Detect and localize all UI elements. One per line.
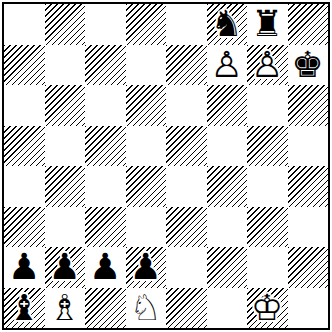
black-pawn-glyph: ♟ <box>85 247 125 287</box>
square-d1[interactable]: ♞♘ <box>126 288 167 329</box>
square-h4[interactable] <box>288 166 329 207</box>
square-f6[interactable] <box>207 85 248 126</box>
square-f8[interactable]: ♞ <box>207 4 248 45</box>
square-a5[interactable] <box>4 126 45 167</box>
black-pawn-glyph: ♟ <box>4 247 44 287</box>
square-b4[interactable] <box>45 166 86 207</box>
square-g6[interactable] <box>247 85 288 126</box>
piece-black-knight[interactable]: ♞ <box>207 4 247 44</box>
black-knight-glyph: ♞ <box>207 4 247 44</box>
square-f1[interactable] <box>207 288 248 329</box>
white-pawn-outline: ♙ <box>247 45 287 85</box>
square-a3[interactable] <box>4 207 45 248</box>
square-c8[interactable] <box>85 4 126 45</box>
square-b8[interactable] <box>45 4 86 45</box>
square-e8[interactable] <box>166 4 207 45</box>
square-a8[interactable] <box>4 4 45 45</box>
black-pawn-glyph: ♟ <box>45 247 85 287</box>
square-e1[interactable] <box>166 288 207 329</box>
black-bishop-glyph: ♝ <box>4 288 44 328</box>
square-h3[interactable] <box>288 207 329 248</box>
square-e7[interactable] <box>166 45 207 86</box>
square-d4[interactable] <box>126 166 167 207</box>
square-h5[interactable] <box>288 126 329 167</box>
square-b5[interactable] <box>45 126 86 167</box>
piece-black-bishop[interactable]: ♝ <box>4 288 44 328</box>
square-h8[interactable] <box>288 4 329 45</box>
square-c6[interactable] <box>85 85 126 126</box>
square-e2[interactable] <box>166 247 207 288</box>
square-b2[interactable]: ♟ <box>45 247 86 288</box>
square-d2[interactable]: ♟ <box>126 247 167 288</box>
square-h1[interactable] <box>288 288 329 329</box>
piece-white-knight[interactable]: ♞♘ <box>126 288 166 328</box>
square-g8[interactable]: ♜ <box>247 4 288 45</box>
square-h6[interactable] <box>288 85 329 126</box>
black-king-glyph: ♚ <box>288 45 328 85</box>
square-d7[interactable] <box>126 45 167 86</box>
square-a2[interactable]: ♟ <box>4 247 45 288</box>
square-c7[interactable] <box>85 45 126 86</box>
square-e5[interactable] <box>166 126 207 167</box>
piece-white-king[interactable]: ♚♔ <box>247 288 287 328</box>
square-g7[interactable]: ♟♙ <box>247 45 288 86</box>
square-b6[interactable] <box>45 85 86 126</box>
square-d8[interactable] <box>126 4 167 45</box>
white-king-outline: ♔ <box>247 288 287 328</box>
square-d5[interactable] <box>126 126 167 167</box>
square-c1[interactable] <box>85 288 126 329</box>
piece-white-pawn[interactable]: ♟♙ <box>247 45 287 85</box>
square-f7[interactable]: ♟♙ <box>207 45 248 86</box>
square-f4[interactable] <box>207 166 248 207</box>
square-h7[interactable]: ♚ <box>288 45 329 86</box>
square-b3[interactable] <box>45 207 86 248</box>
square-f3[interactable] <box>207 207 248 248</box>
square-b7[interactable] <box>45 45 86 86</box>
square-g5[interactable] <box>247 126 288 167</box>
square-g2[interactable] <box>247 247 288 288</box>
square-d3[interactable] <box>126 207 167 248</box>
piece-black-king[interactable]: ♚ <box>288 45 328 85</box>
black-rook-glyph: ♜ <box>247 4 287 44</box>
chess-board: ♞♜♟♙♟♙♚♟♟♟♟♝♝♗♞♘♚♔ <box>4 4 328 328</box>
piece-black-pawn[interactable]: ♟ <box>45 247 85 287</box>
piece-black-pawn[interactable]: ♟ <box>126 247 166 287</box>
square-g1[interactable]: ♚♔ <box>247 288 288 329</box>
square-a1[interactable]: ♝ <box>4 288 45 329</box>
board-frame: ♞♜♟♙♟♙♚♟♟♟♟♝♝♗♞♘♚♔ <box>2 2 330 330</box>
square-d6[interactable] <box>126 85 167 126</box>
square-h2[interactable] <box>288 247 329 288</box>
square-g4[interactable] <box>247 166 288 207</box>
square-f5[interactable] <box>207 126 248 167</box>
square-a7[interactable] <box>4 45 45 86</box>
square-g3[interactable] <box>247 207 288 248</box>
square-f2[interactable] <box>207 247 248 288</box>
chess-diagram: ♞♜♟♙♟♙♚♟♟♟♟♝♝♗♞♘♚♔ <box>0 0 332 332</box>
square-c4[interactable] <box>85 166 126 207</box>
square-c3[interactable] <box>85 207 126 248</box>
white-pawn-outline: ♙ <box>207 45 247 85</box>
white-knight-outline: ♘ <box>126 288 166 328</box>
square-c2[interactable]: ♟ <box>85 247 126 288</box>
square-c5[interactable] <box>85 126 126 167</box>
piece-white-bishop[interactable]: ♝♗ <box>45 288 85 328</box>
square-e4[interactable] <box>166 166 207 207</box>
piece-white-pawn[interactable]: ♟♙ <box>207 45 247 85</box>
piece-black-pawn[interactable]: ♟ <box>85 247 125 287</box>
square-a6[interactable] <box>4 85 45 126</box>
square-e3[interactable] <box>166 207 207 248</box>
black-pawn-glyph: ♟ <box>126 247 166 287</box>
square-b1[interactable]: ♝♗ <box>45 288 86 329</box>
piece-black-pawn[interactable]: ♟ <box>4 247 44 287</box>
square-a4[interactable] <box>4 166 45 207</box>
square-e6[interactable] <box>166 85 207 126</box>
piece-black-rook[interactable]: ♜ <box>247 4 287 44</box>
white-bishop-outline: ♗ <box>45 288 85 328</box>
